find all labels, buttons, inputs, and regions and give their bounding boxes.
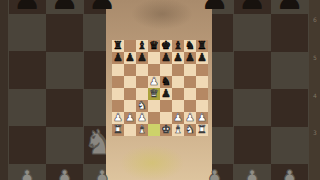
square-h6[interactable] [196, 64, 208, 76]
square-e1[interactable]: ♚ [160, 124, 172, 136]
black-pawn[interactable]: ♟ [113, 52, 123, 64]
background-rank-label: 6 [311, 16, 319, 23]
black-pawn[interactable]: ♟ [161, 52, 171, 64]
square-h1[interactable]: ♜ [196, 124, 208, 136]
white-queen[interactable]: ♛ [149, 88, 159, 100]
square-d1[interactable] [148, 124, 160, 136]
black-pawn[interactable]: ♟ [197, 52, 207, 64]
white-pawn[interactable]: ♟ [125, 112, 135, 124]
square-d2[interactable] [148, 112, 160, 124]
black-pawn[interactable]: ♟ [125, 52, 135, 64]
square-f5[interactable] [172, 76, 184, 88]
white-knight[interactable]: ♞ [185, 124, 195, 136]
square-c5[interactable] [136, 76, 148, 88]
square-g5[interactable] [184, 76, 196, 88]
square-f7[interactable]: ♟ [172, 52, 184, 64]
square-g4[interactable] [184, 88, 196, 100]
square-b2[interactable]: ♟ [124, 112, 136, 124]
background-left-edge [0, 0, 8, 180]
white-rook[interactable]: ♜ [113, 124, 123, 136]
square-g6[interactable] [184, 64, 196, 76]
white-bishop[interactable]: ♝ [137, 124, 147, 136]
background-right-edge [309, 0, 320, 180]
square-a4[interactable] [112, 88, 124, 100]
black-pawn[interactable]: ♟ [173, 52, 183, 64]
white-king[interactable]: ♚ [161, 124, 171, 136]
square-e4[interactable]: ♟ [160, 88, 172, 100]
background-rank-label: 4 [311, 92, 319, 99]
square-d3[interactable] [148, 100, 160, 112]
square-b4[interactable] [124, 88, 136, 100]
square-d8[interactable]: ♛ [148, 40, 160, 52]
square-e3[interactable] [160, 100, 172, 112]
square-d4[interactable]: ♛ [148, 88, 160, 100]
square-f6[interactable] [172, 64, 184, 76]
square-f4[interactable] [172, 88, 184, 100]
video-frame: ♞ ♜♝♛♚♝♞♜♟♟♟♟♟♟♟♟♞♛♟♞♟♟♟♟♟♟♜♝♚♝♞♜ ♟♟♟♟♟♟… [0, 0, 320, 180]
chess-board: ♜♝♛♚♝♞♜♟♟♟♟♟♟♟♟♞♛♟♞♟♟♟♟♟♟♜♝♚♝♞♜ [112, 40, 208, 136]
background-rank-label: 5 [311, 54, 319, 61]
square-b1[interactable] [124, 124, 136, 136]
square-h4[interactable] [196, 88, 208, 100]
square-g1[interactable]: ♞ [184, 124, 196, 136]
square-g7[interactable]: ♟ [184, 52, 196, 64]
square-a6[interactable] [112, 64, 124, 76]
square-a5[interactable] [112, 76, 124, 88]
black-pawn[interactable]: ♟ [137, 52, 147, 64]
square-b5[interactable] [124, 76, 136, 88]
white-bishop[interactable]: ♝ [173, 124, 183, 136]
square-c6[interactable] [136, 64, 148, 76]
square-d7[interactable] [148, 52, 160, 64]
white-rook[interactable]: ♜ [197, 124, 207, 136]
black-queen[interactable]: ♛ [149, 40, 159, 52]
square-c7[interactable]: ♟ [136, 52, 148, 64]
square-b7[interactable]: ♟ [124, 52, 136, 64]
square-b6[interactable] [124, 64, 136, 76]
square-h7[interactable]: ♟ [196, 52, 208, 64]
square-a7[interactable]: ♟ [112, 52, 124, 64]
square-e7[interactable]: ♟ [160, 52, 172, 64]
square-h5[interactable] [196, 76, 208, 88]
black-pawn[interactable]: ♟ [161, 88, 171, 100]
background-rank-label: 3 [311, 129, 319, 136]
square-a1[interactable]: ♜ [112, 124, 124, 136]
square-c1[interactable]: ♝ [136, 124, 148, 136]
black-pawn[interactable]: ♟ [185, 52, 195, 64]
square-f1[interactable]: ♝ [172, 124, 184, 136]
